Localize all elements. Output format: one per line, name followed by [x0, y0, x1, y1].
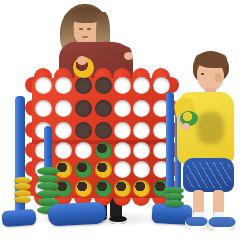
hole-empty-c2r3 — [55, 122, 72, 139]
hole-empty-c2r4 — [55, 142, 72, 159]
left-outer-foot — [1, 209, 36, 227]
left-main-foot — [47, 201, 106, 226]
woman-right-hand — [77, 56, 87, 65]
yellow-disc-c4r5 — [95, 161, 112, 178]
boy-eye — [201, 73, 204, 75]
boy-hair-front — [195, 52, 227, 68]
hole-person-behind-c3r2 — [75, 100, 92, 117]
hole-empty-c1r2 — [35, 100, 52, 117]
green-disc-c3r5 — [75, 161, 92, 178]
green-disc-c4r6 — [95, 180, 112, 197]
hole-empty-c6r4 — [133, 142, 150, 159]
hole-empty-c1r1 — [35, 77, 52, 94]
boy-ear — [215, 73, 222, 82]
green-stacked-disc — [164, 200, 184, 207]
hole-empty-c2r1 — [55, 77, 72, 94]
hole-empty-c5r5 — [114, 161, 131, 178]
hole-empty-c6r1 — [133, 77, 150, 94]
woman-right-eye — [87, 28, 91, 30]
boy-shirt-print — [197, 112, 224, 144]
woman-mouth — [82, 36, 88, 38]
hole-person-behind-c3r1 — [75, 77, 92, 94]
hole-empty-c2r2 — [55, 100, 72, 117]
boy-shorts-pattern — [186, 162, 231, 188]
yellow-disc-c5r6 — [114, 180, 131, 197]
hole-empty-c5r2 — [114, 100, 131, 117]
hole-empty-c5r4 — [114, 142, 131, 159]
hole-empty-c6r2 — [133, 100, 150, 117]
boy-right-shoe — [208, 217, 236, 230]
hole-empty-c7r1 — [153, 77, 170, 94]
hole-person-behind-c4r1 — [95, 77, 112, 94]
green-disc-c4r4 — [95, 142, 112, 159]
woman-left-hand — [124, 52, 133, 60]
hole-empty-c3r4 — [75, 142, 92, 159]
boy-left-shoe — [185, 217, 208, 229]
hole-person-behind-c3r3 — [75, 122, 92, 139]
boy-hand — [182, 123, 190, 130]
hole-empty-c6r3 — [133, 122, 150, 139]
scene-giant-connect-four — [0, 0, 250, 250]
yellow-disc-c6r6 — [133, 180, 150, 197]
hole-person-behind-c4r3 — [95, 122, 112, 139]
hole-empty-c6r5 — [133, 161, 150, 178]
hole-empty-c5r1 — [114, 77, 131, 94]
woman-right-shoe — [109, 216, 127, 224]
yellow-disc-c3r6 — [75, 180, 92, 197]
green-stacked-disc — [37, 167, 59, 175]
hole-empty-c5r3 — [114, 122, 131, 139]
yellow-stacked-disc — [14, 196, 31, 203]
woman-left-eye — [79, 28, 83, 30]
hole-person-behind-c4r2 — [95, 100, 112, 117]
